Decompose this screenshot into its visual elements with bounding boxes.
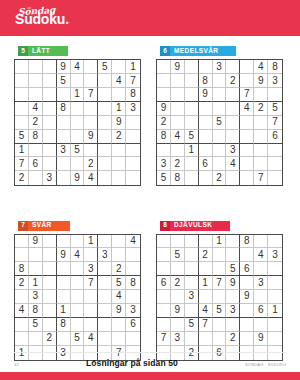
folio-text: SÖNDAG · SUDOKU: [245, 362, 286, 367]
bottom-red-bar: [0, 372, 300, 380]
sudoku-cell: [254, 235, 268, 249]
sudoku-cell: [71, 116, 85, 130]
sudoku-cell: [199, 130, 213, 144]
sudoku-cell: [240, 74, 254, 88]
sudoku-cell: 9: [254, 332, 268, 346]
difficulty-badge-djavulsk: 8 DJÄVULSK: [160, 221, 230, 231]
sudoku-cell: [240, 116, 254, 130]
sudoku-cell: [240, 276, 254, 290]
sudoku-cell: 8: [57, 102, 71, 116]
sudoku-cell: [15, 88, 29, 102]
sudoku-cell: [98, 102, 112, 116]
sudoku-cell: [254, 262, 268, 276]
sudoku-cell: [213, 144, 227, 158]
sudoku-cell: 6: [240, 262, 254, 276]
sudoku-cell: [84, 102, 98, 116]
sudoku-cell: [171, 102, 185, 116]
sudoku-cell: 7: [199, 318, 213, 332]
sudoku-cell: [171, 88, 185, 102]
sudoku-cell: [15, 74, 29, 88]
sudoku-cell: 3: [43, 171, 57, 185]
sudoku-cell: 5: [226, 262, 240, 276]
sudoku-cell: [112, 318, 126, 332]
sudoku-cell: [15, 235, 29, 249]
sudoku-cell: 5: [213, 304, 227, 318]
sudoku-cell: 5: [71, 332, 85, 346]
sudoku-cell: [171, 262, 185, 276]
sudoku-cell: 9: [112, 116, 126, 130]
sudoku-cell: 9: [57, 248, 71, 262]
sudoku-cell: [254, 318, 268, 332]
sudoku-cell: 5: [29, 318, 43, 332]
sudoku-cell: [15, 60, 29, 74]
sudoku-cell: [226, 60, 240, 74]
sudoku-cell: [98, 171, 112, 185]
sudoku-cell: [157, 248, 171, 262]
sudoku-board-djavulsk: 185243566217933994536157732926: [156, 234, 283, 361]
sudoku-cell: [157, 144, 171, 158]
sudoku-cell: 5: [112, 276, 126, 290]
sudoku-cell: [43, 102, 57, 116]
sudoku-cell: [171, 235, 185, 249]
sudoku-cell: [112, 171, 126, 185]
sudoku-cell: [157, 60, 171, 74]
sudoku-cell: [213, 102, 227, 116]
sudoku-cell: [71, 102, 85, 116]
difficulty-label: LÄTT: [28, 46, 68, 56]
sudoku-cell: 8: [157, 130, 171, 144]
sudoku-cell: [98, 332, 112, 346]
sudoku-cell: [57, 235, 71, 249]
sudoku-cell: 1: [84, 235, 98, 249]
sudoku-board-svar: 914943832217583448193586254137: [14, 234, 141, 361]
sudoku-cell: [171, 290, 185, 304]
sudoku-cell: [199, 235, 213, 249]
sudoku-cell: [199, 60, 213, 74]
sudoku-cell: [71, 262, 85, 276]
sudoku-cell: 7: [15, 157, 29, 171]
sudoku-cell: [171, 74, 185, 88]
sudoku-cell: [213, 130, 227, 144]
sudoku-cell: [268, 276, 282, 290]
sudoku-cell: [15, 290, 29, 304]
sudoku-cell: [185, 157, 199, 171]
puzzle-medelsvar: 6 MEDELSVÅR 9348829397942525784561332645…: [156, 39, 283, 186]
sudoku-cell: [240, 171, 254, 185]
sudoku-cell: [126, 262, 140, 276]
sudoku-cell: 9: [84, 130, 98, 144]
sudoku-cell: 9: [112, 304, 126, 318]
sudoku-cell: 4: [240, 102, 254, 116]
sudoku-cell: 5: [185, 318, 199, 332]
sudoku-cell: 4: [84, 171, 98, 185]
sudoku-cell: [98, 88, 112, 102]
sudoku-cell: [112, 144, 126, 158]
sudoku-cell: 6: [199, 157, 213, 171]
sudoku-cell: 1: [126, 60, 140, 74]
sudoku-cell: [185, 235, 199, 249]
sudoku-cell: [43, 276, 57, 290]
sudoku-cell: 2: [171, 276, 185, 290]
sudoku-cell: 9: [240, 290, 254, 304]
sudoku-cell: [84, 304, 98, 318]
sudoku-cell: 5: [71, 144, 85, 158]
sudoku-cell: [57, 171, 71, 185]
sudoku-cell: 7: [268, 116, 282, 130]
sudoku-cell: [126, 248, 140, 262]
page-number: 42: [14, 362, 19, 367]
sudoku-cell: [268, 318, 282, 332]
sudoku-cell: [57, 332, 71, 346]
sudoku-cell: [254, 157, 268, 171]
sudoku-cell: [157, 318, 171, 332]
sudoku-cell: 6: [157, 276, 171, 290]
sudoku-cell: 4: [126, 235, 140, 249]
sudoku-cell: 2: [15, 171, 29, 185]
sudoku-cell: [15, 332, 29, 346]
sudoku-cell: [213, 157, 227, 171]
sudoku-cell: [15, 102, 29, 116]
sudoku-cell: [84, 248, 98, 262]
difficulty-number: 6: [160, 46, 170, 56]
sudoku-cell: 9: [57, 60, 71, 74]
sudoku-cell: 7: [213, 276, 227, 290]
sudoku-cell: 8: [15, 262, 29, 276]
sudoku-cell: 1: [185, 144, 199, 158]
sudoku-cell: 3: [126, 304, 140, 318]
sudoku-cell: [43, 157, 57, 171]
sudoku-cell: 2: [112, 130, 126, 144]
sudoku-cell: 1: [199, 276, 213, 290]
sudoku-cell: [226, 235, 240, 249]
sudoku-cell: 2: [29, 116, 43, 130]
sudoku-cell: [15, 116, 29, 130]
sudoku-cell: [126, 157, 140, 171]
sudoku-cell: 7: [157, 332, 171, 346]
sudoku-cell: 5: [213, 116, 227, 130]
sudoku-cell: 4: [15, 304, 29, 318]
difficulty-number: 5: [18, 46, 28, 56]
sudoku-cell: [29, 144, 43, 158]
sudoku-cell: [43, 248, 57, 262]
sudoku-cell: [43, 144, 57, 158]
sudoku-cell: 8: [57, 318, 71, 332]
sudoku-cell: 6: [29, 157, 43, 171]
sudoku-cell: [43, 88, 57, 102]
sudoku-cell: 9: [171, 60, 185, 74]
sudoku-cell: [199, 290, 213, 304]
sudoku-cell: 4: [112, 74, 126, 88]
sudoku-cell: [157, 235, 171, 249]
sudoku-cell: [98, 130, 112, 144]
sudoku-cell: [254, 130, 268, 144]
difficulty-label: DJÄVULSK: [170, 221, 230, 231]
sudoku-cell: [71, 157, 85, 171]
difficulty-number: 7: [18, 221, 28, 231]
sudoku-cell: [57, 262, 71, 276]
sudoku-cell: [112, 157, 126, 171]
sudoku-cell: [268, 157, 282, 171]
sudoku-cell: [98, 262, 112, 276]
sudoku-cell: [57, 157, 71, 171]
sudoku-cell: [226, 88, 240, 102]
sudoku-cell: [98, 116, 112, 130]
sudoku-cell: [84, 290, 98, 304]
sudoku-cell: [254, 88, 268, 102]
sudoku-cell: 2: [226, 332, 240, 346]
sudoku-cell: [226, 171, 240, 185]
sudoku-cell: 9: [71, 171, 85, 185]
sudoku-cell: [185, 248, 199, 262]
sudoku-cell: 3: [84, 262, 98, 276]
sudoku-cell: [213, 248, 227, 262]
sudoku-cell: [57, 130, 71, 144]
sudoku-cell: [185, 74, 199, 88]
sudoku-cell: 5: [171, 248, 185, 262]
sudoku-cell: [98, 318, 112, 332]
sudoku-cell: 9: [254, 74, 268, 88]
sudoku-cell: [240, 248, 254, 262]
sudoku-cell: 2: [43, 332, 57, 346]
sudoku-cell: [268, 262, 282, 276]
sudoku-cell: [29, 332, 43, 346]
sudoku-cell: 8: [240, 235, 254, 249]
sudoku-cell: 5: [15, 130, 29, 144]
sudoku-cell: 1: [213, 235, 227, 249]
sudoku-cell: 2: [213, 171, 227, 185]
sudoku-cell: [157, 74, 171, 88]
sudoku-cell: 8: [126, 276, 140, 290]
sudoku-cell: 6: [268, 130, 282, 144]
sudoku-cell: 8: [171, 171, 185, 185]
sudoku-cell: [268, 235, 282, 249]
sudoku-cell: [213, 262, 227, 276]
puzzle-djavulsk: 8 DJÄVULSK 18524356621793399453615773292…: [156, 213, 283, 360]
sudoku-cell: 4: [199, 304, 213, 318]
sudoku-cell: [254, 290, 268, 304]
sudoku-cell: 2: [254, 102, 268, 116]
sudoku-cell: 2: [199, 248, 213, 262]
sudoku-cell: [57, 290, 71, 304]
sudoku-cell: 2: [84, 157, 98, 171]
sudoku-cell: 6: [126, 318, 140, 332]
sudoku-cell: 3: [171, 332, 185, 346]
masthead: Söndag Sudoku.: [0, 0, 300, 36]
sudoku-cell: 7: [254, 171, 268, 185]
difficulty-label: MEDELSVÅR: [170, 46, 236, 56]
sudoku-cell: 5: [157, 171, 171, 185]
sudoku-cell: [268, 144, 282, 158]
sudoku-cell: 1: [71, 88, 85, 102]
sudoku-cell: 8: [268, 60, 282, 74]
sudoku-cell: [57, 116, 71, 130]
sudoku-cell: [57, 276, 71, 290]
sudoku-cell: [126, 332, 140, 346]
sudoku-cell: 7: [126, 74, 140, 88]
sudoku-cell: [185, 171, 199, 185]
sudoku-cell: 2: [15, 276, 29, 290]
sudoku-cell: 8: [126, 88, 140, 102]
sudoku-cell: 4: [112, 290, 126, 304]
sudoku-cell: 4: [84, 332, 98, 346]
sudoku-cell: 3: [126, 102, 140, 116]
sudoku-cell: [29, 88, 43, 102]
sudoku-cell: 3: [268, 74, 282, 88]
sudoku-cell: 3: [268, 248, 282, 262]
sudoku-cell: 4: [71, 60, 85, 74]
sudoku-cell: [268, 171, 282, 185]
sudoku-cell: [84, 116, 98, 130]
sudoku-cell: [71, 276, 85, 290]
sudoku-cell: [84, 318, 98, 332]
sudoku-cell: 5: [268, 102, 282, 116]
sudoku-cell: [126, 130, 140, 144]
sudoku-cell: 2: [171, 157, 185, 171]
sudoku-cell: 7: [84, 276, 98, 290]
sudoku-cell: [185, 276, 199, 290]
sudoku-cell: 5: [98, 60, 112, 74]
puzzle-svar: 7 SVÅR 914943832217583448193586254137: [14, 213, 141, 360]
sudoku-cell: [199, 171, 213, 185]
sudoku-cell: [254, 116, 268, 130]
sudoku-cell: 1: [29, 276, 43, 290]
sudoku-cell: 4: [254, 60, 268, 74]
sudoku-board-medelsvar: 9348829397942525784561332645827: [156, 59, 283, 186]
sudoku-cell: [240, 144, 254, 158]
sudoku-cell: [226, 130, 240, 144]
sudoku-cell: [43, 290, 57, 304]
sudoku-cell: [226, 290, 240, 304]
difficulty-badge-latt: 5 LÄTT: [18, 46, 68, 56]
sudoku-cell: [185, 60, 199, 74]
sudoku-cell: 4: [254, 248, 268, 262]
sudoku-cell: 4: [171, 130, 185, 144]
sudoku-cell: [254, 144, 268, 158]
sudoku-cell: [157, 304, 171, 318]
sudoku-cell: [199, 144, 213, 158]
sudoku-cell: [43, 318, 57, 332]
sudoku-cell: [240, 304, 254, 318]
sudoku-cell: 3: [185, 290, 199, 304]
sudoku-cell: [240, 130, 254, 144]
sudoku-cell: [98, 74, 112, 88]
sudoku-cell: [199, 116, 213, 130]
sudoku-cell: [213, 332, 227, 346]
sudoku-cell: [112, 60, 126, 74]
sudoku-cell: 4: [29, 102, 43, 116]
footer: 42 Lösningar på sidan 50 SÖNDAG · SUDOKU: [14, 352, 286, 368]
sudoku-cell: [29, 60, 43, 74]
sudoku-cell: [226, 116, 240, 130]
sudoku-cell: [126, 116, 140, 130]
sudoku-cell: [15, 248, 29, 262]
sudoku-cell: [185, 304, 199, 318]
sudoku-magazine-page: Söndag Sudoku. 5 LÄTT 945154717848132958…: [0, 0, 300, 380]
sudoku-cell: [171, 144, 185, 158]
sudoku-cell: [43, 304, 57, 318]
sudoku-cell: [71, 74, 85, 88]
sudoku-cell: 8: [199, 74, 213, 88]
sudoku-cell: 3: [213, 60, 227, 74]
sudoku-cell: [98, 144, 112, 158]
sudoku-cell: 1: [112, 102, 126, 116]
sudoku-cell: [268, 88, 282, 102]
sudoku-cell: [29, 248, 43, 262]
sudoku-cell: [199, 332, 213, 346]
sudoku-cell: 7: [240, 88, 254, 102]
sudoku-cell: [171, 318, 185, 332]
sudoku-cell: [213, 88, 227, 102]
sudoku-cell: [71, 318, 85, 332]
sudoku-cell: [98, 290, 112, 304]
sudoku-cell: [240, 318, 254, 332]
sudoku-cell: 5: [185, 130, 199, 144]
sudoku-cell: [71, 304, 85, 318]
sudoku-cell: [112, 88, 126, 102]
sudoku-cell: [126, 171, 140, 185]
sudoku-cell: 5: [57, 74, 71, 88]
sudoku-board-latt: 945154717848132958921357622394: [14, 59, 141, 186]
solutions-note: Lösningar på sidan 50: [86, 358, 178, 368]
sudoku-cell: 7: [84, 88, 98, 102]
sudoku-cell: [43, 262, 57, 276]
difficulty-label: SVÅR: [28, 221, 70, 231]
sudoku-cell: [157, 88, 171, 102]
sudoku-cell: 3: [98, 248, 112, 262]
sudoku-cell: 9: [171, 304, 185, 318]
sudoku-cell: [98, 276, 112, 290]
sudoku-cell: [185, 102, 199, 116]
sudoku-cell: [43, 116, 57, 130]
sudoku-cell: 8: [29, 304, 43, 318]
puzzles-area: 5 LÄTT 945154717848132958921357622394 6 …: [0, 36, 300, 361]
sudoku-cell: [199, 102, 213, 116]
sudoku-cell: [71, 235, 85, 249]
sudoku-cell: 9: [157, 102, 171, 116]
sudoku-cell: [84, 144, 98, 158]
logo: Söndag Sudoku.: [0, 0, 300, 27]
sudoku-cell: [185, 332, 199, 346]
difficulty-badge-svar: 7 SVÅR: [18, 221, 70, 231]
sudoku-cell: [240, 60, 254, 74]
sudoku-cell: [98, 304, 112, 318]
sudoku-cell: [29, 74, 43, 88]
sudoku-cell: [240, 332, 254, 346]
logo-wordmark: Sudoku.: [15, 12, 300, 27]
sudoku-cell: [112, 332, 126, 346]
sudoku-cell: [268, 332, 282, 346]
sudoku-cell: 4: [226, 157, 240, 171]
sudoku-cell: 8: [29, 130, 43, 144]
sudoku-cell: [84, 74, 98, 88]
sudoku-cell: 1: [57, 304, 71, 318]
sudoku-cell: [98, 235, 112, 249]
sudoku-cell: [171, 116, 185, 130]
sudoku-cell: [43, 235, 57, 249]
sudoku-cell: [240, 157, 254, 171]
sudoku-cell: 3: [254, 276, 268, 290]
sudoku-cell: 4: [71, 248, 85, 262]
sudoku-cell: 3: [157, 157, 171, 171]
sudoku-cell: [157, 290, 171, 304]
sudoku-cell: [226, 318, 240, 332]
difficulty-number: 8: [160, 221, 170, 231]
sudoku-cell: [126, 144, 140, 158]
sudoku-cell: [199, 262, 213, 276]
sudoku-cell: [213, 74, 227, 88]
sudoku-cell: 3: [29, 290, 43, 304]
sudoku-cell: [157, 262, 171, 276]
